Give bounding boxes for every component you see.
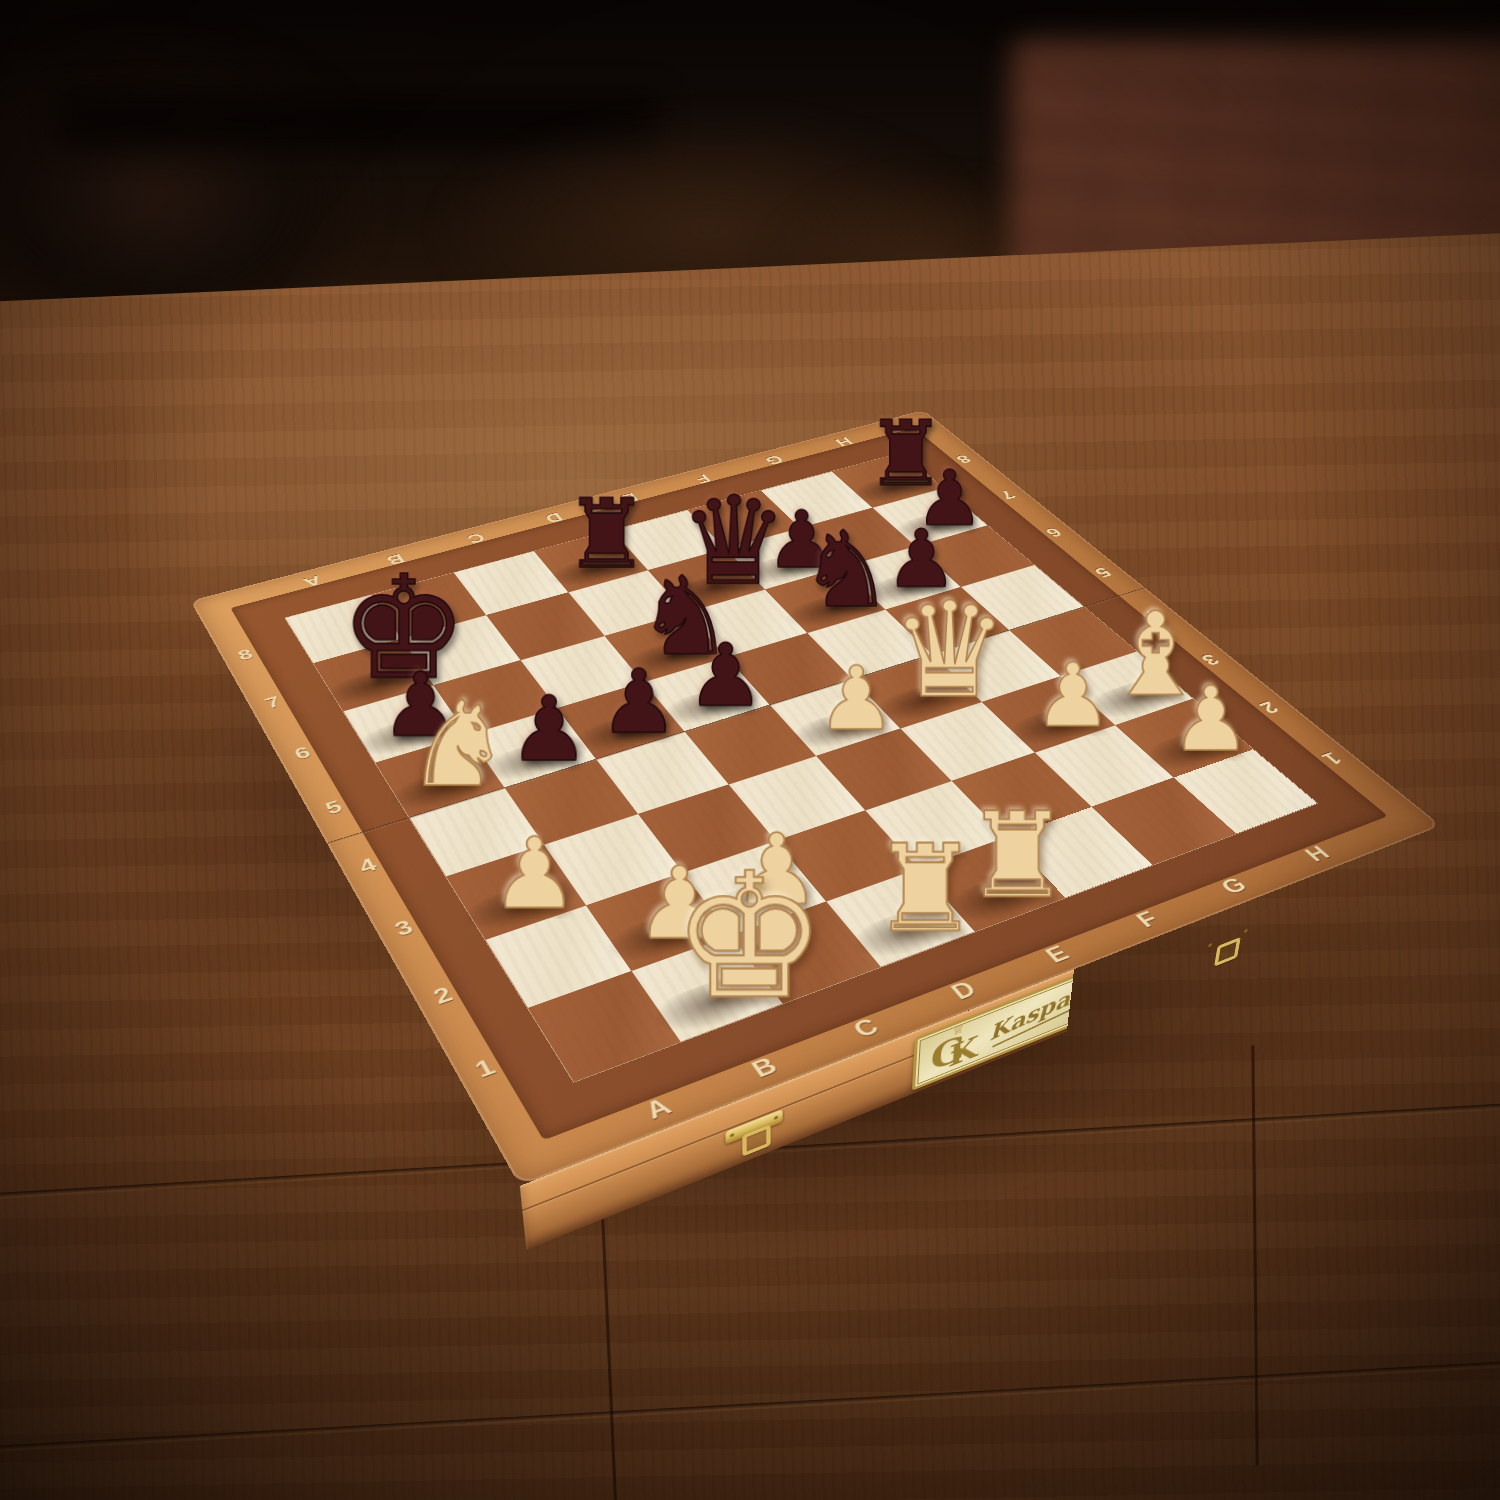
rook-glyph: ♜ <box>964 786 1070 924</box>
coordinate-label-5: 5 <box>322 797 347 819</box>
brass-latch-right <box>1204 923 1253 954</box>
white-pawn-h2[interactable]: ♟ <box>1162 674 1260 763</box>
coordinate-label-7: 7 <box>994 488 1019 502</box>
pawn-glyph: ♟ <box>687 625 765 726</box>
coordinate-label-A: A <box>640 1092 678 1124</box>
black-pawn-c5[interactable]: ♟ <box>590 657 687 745</box>
white-pawn-e4[interactable]: ♟ <box>808 654 905 742</box>
king-glyph: ♚ <box>671 835 827 1037</box>
coordinate-label-E: E <box>1039 940 1075 967</box>
coordinate-label-H: H <box>830 435 856 449</box>
pawn-glyph: ♟ <box>817 647 896 749</box>
coordinate-label-A: A <box>299 572 324 589</box>
white-king-b1[interactable]: ♚ <box>671 849 785 1023</box>
coordinate-label-G: G <box>761 452 788 467</box>
coordinate-label-3: 3 <box>391 915 419 940</box>
black-pawn-b5[interactable]: ♟ <box>499 684 598 774</box>
pawn-glyph: ♟ <box>1171 667 1251 771</box>
queen-glyph: ♛ <box>891 573 1009 727</box>
pawn-glyph: ♟ <box>599 650 678 752</box>
coordinate-label-7: 7 <box>262 693 285 712</box>
knight-glyph: ♞ <box>799 509 893 631</box>
pawn-glyph: ♟ <box>1033 644 1112 746</box>
white-rook-d1[interactable]: ♜ <box>870 829 980 949</box>
black-pawn-d5[interactable]: ♟ <box>678 632 774 719</box>
knight-glyph: ♞ <box>405 685 511 803</box>
white-pawn-g3[interactable]: ♟ <box>1024 651 1121 739</box>
coordinate-label-5: 5 <box>1089 564 1116 580</box>
rook-glyph: ♜ <box>871 818 979 959</box>
coordinate-label-1: 1 <box>470 1053 501 1082</box>
coordinate-label-4: 4 <box>355 854 381 877</box>
pawn-glyph: ♟ <box>509 677 589 781</box>
pawn-glyph: ♟ <box>490 816 578 930</box>
white-pawn-a3[interactable]: ♟ <box>480 824 588 922</box>
scene: ABCDEFGH ABCDEFGH 87654321 87654321 ♜♜♚♛… <box>0 0 1500 1500</box>
black-knight-f6[interactable]: ♞ <box>799 517 889 622</box>
coordinate-label-2: 2 <box>429 982 458 1009</box>
white-queen-f4[interactable]: ♛ <box>891 584 986 716</box>
white-knight-a5[interactable]: ♞ <box>405 685 506 803</box>
